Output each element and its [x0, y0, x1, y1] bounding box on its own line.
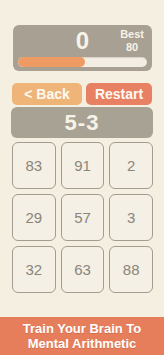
game-screen: 0 Best 80 < Back Restart 5-3 83 91 2 29 …	[0, 0, 164, 355]
answer-cell[interactable]: 91	[61, 142, 105, 189]
answer-cell[interactable]: 63	[61, 246, 105, 293]
answer-cell[interactable]: 88	[109, 246, 153, 293]
answer-cell[interactable]: 57	[61, 194, 105, 241]
answer-grid: 83 91 2 29 57 3 32 63 88	[12, 142, 153, 293]
back-button[interactable]: < Back	[12, 83, 82, 105]
answer-cell[interactable]: 32	[12, 246, 56, 293]
answer-cell[interactable]: 83	[12, 142, 56, 189]
ad-banner[interactable]: Train Your Brain To Mental Arithmetic	[0, 317, 164, 355]
problem-display: 5-3	[11, 107, 153, 138]
answer-cell[interactable]: 2	[109, 142, 153, 189]
best-value: 80	[120, 41, 144, 54]
best-score: Best 80	[120, 28, 144, 54]
answer-cell[interactable]: 29	[12, 194, 56, 241]
answer-cell[interactable]: 3	[109, 194, 153, 241]
timer-progress-fill	[18, 57, 85, 67]
best-label: Best	[120, 28, 144, 41]
timer-progress-bar	[18, 57, 147, 67]
ad-banner-line1: Train Your Brain To	[23, 321, 141, 336]
score-panel: 0 Best 80	[13, 25, 152, 71]
restart-button[interactable]: Restart	[86, 83, 152, 105]
ad-banner-line2: Mental Arithmetic	[28, 336, 137, 351]
